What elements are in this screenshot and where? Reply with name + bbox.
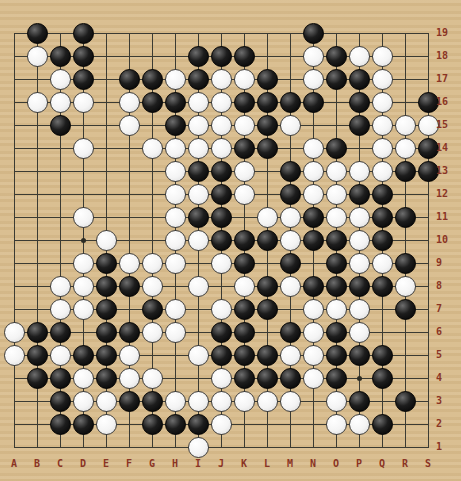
white-stone-E3[interactable]: [96, 391, 117, 412]
black-stone-K4[interactable]: [234, 368, 255, 389]
black-stone-E9[interactable]: [96, 253, 117, 274]
black-stone-K5[interactable]: [234, 345, 255, 366]
white-stone-M15[interactable]: [280, 115, 301, 136]
intersection-R18[interactable]: [394, 45, 417, 68]
black-stone-I11[interactable]: [188, 207, 209, 228]
intersection-A9[interactable]: [3, 252, 26, 275]
intersection-M15[interactable]: [279, 114, 302, 137]
intersection-Q5[interactable]: [371, 344, 394, 367]
black-stone-Q12[interactable]: [372, 184, 393, 205]
intersection-K19[interactable]: [233, 22, 256, 45]
black-stone-Q5[interactable]: [372, 345, 393, 366]
intersection-I16[interactable]: [187, 91, 210, 114]
intersection-K8[interactable]: [233, 275, 256, 298]
intersection-K17[interactable]: [233, 68, 256, 91]
intersection-J19[interactable]: [210, 22, 233, 45]
intersection-J7[interactable]: [210, 298, 233, 321]
intersection-Q17[interactable]: [371, 68, 394, 91]
intersection-A5[interactable]: [3, 344, 26, 367]
intersection-R10[interactable]: [394, 229, 417, 252]
intersection-L13[interactable]: [256, 160, 279, 183]
intersection-C13[interactable]: [49, 160, 72, 183]
white-stone-P9[interactable]: [349, 253, 370, 274]
intersection-E5[interactable]: [95, 344, 118, 367]
intersection-A16[interactable]: [3, 91, 26, 114]
white-stone-Q18[interactable]: [372, 46, 393, 67]
intersection-N8[interactable]: [302, 275, 325, 298]
white-stone-K15[interactable]: [234, 115, 255, 136]
black-stone-O9[interactable]: [326, 253, 347, 274]
intersection-F3[interactable]: [118, 390, 141, 413]
white-stone-Q15[interactable]: [372, 115, 393, 136]
intersection-F14[interactable]: [118, 137, 141, 160]
black-stone-J6[interactable]: [211, 322, 232, 343]
intersection-L4[interactable]: [256, 367, 279, 390]
white-stone-K12[interactable]: [234, 184, 255, 205]
intersection-R8[interactable]: [394, 275, 417, 298]
intersection-K4[interactable]: [233, 367, 256, 390]
black-stone-C15[interactable]: [50, 115, 71, 136]
white-stone-L11[interactable]: [257, 207, 278, 228]
intersection-J1[interactable]: [210, 436, 233, 459]
intersection-P12[interactable]: [348, 183, 371, 206]
black-stone-C4[interactable]: [50, 368, 71, 389]
intersection-E6[interactable]: [95, 321, 118, 344]
intersection-J6[interactable]: [210, 321, 233, 344]
intersection-D12[interactable]: [72, 183, 95, 206]
intersection-H19[interactable]: [164, 22, 187, 45]
white-stone-O13[interactable]: [326, 161, 347, 182]
intersection-C9[interactable]: [49, 252, 72, 275]
black-stone-B6[interactable]: [27, 322, 48, 343]
intersection-I2[interactable]: [187, 413, 210, 436]
black-stone-G3[interactable]: [142, 391, 163, 412]
intersection-M16[interactable]: [279, 91, 302, 114]
white-stone-N7[interactable]: [303, 299, 324, 320]
intersection-E3[interactable]: [95, 390, 118, 413]
intersection-F6[interactable]: [118, 321, 141, 344]
black-stone-P17[interactable]: [349, 69, 370, 90]
intersection-O15[interactable]: [325, 114, 348, 137]
intersection-C18[interactable]: [49, 45, 72, 68]
white-stone-F16[interactable]: [119, 92, 140, 113]
intersection-H16[interactable]: [164, 91, 187, 114]
intersection-E14[interactable]: [95, 137, 118, 160]
intersection-B6[interactable]: [26, 321, 49, 344]
white-stone-O11[interactable]: [326, 207, 347, 228]
white-stone-P11[interactable]: [349, 207, 370, 228]
white-stone-H13[interactable]: [165, 161, 186, 182]
black-stone-K9[interactable]: [234, 253, 255, 274]
intersection-C14[interactable]: [49, 137, 72, 160]
intersection-B19[interactable]: [26, 22, 49, 45]
intersection-Q4[interactable]: [371, 367, 394, 390]
intersection-N9[interactable]: [302, 252, 325, 275]
white-stone-G14[interactable]: [142, 138, 163, 159]
stones-layer[interactable]: [3, 22, 440, 459]
intersection-G12[interactable]: [141, 183, 164, 206]
intersection-H10[interactable]: [164, 229, 187, 252]
intersection-P6[interactable]: [348, 321, 371, 344]
intersection-G18[interactable]: [141, 45, 164, 68]
intersection-J16[interactable]: [210, 91, 233, 114]
intersection-M14[interactable]: [279, 137, 302, 160]
intersection-Q9[interactable]: [371, 252, 394, 275]
intersection-Q14[interactable]: [371, 137, 394, 160]
intersection-O12[interactable]: [325, 183, 348, 206]
black-stone-F8[interactable]: [119, 276, 140, 297]
intersection-O3[interactable]: [325, 390, 348, 413]
intersection-D18[interactable]: [72, 45, 95, 68]
white-stone-J17[interactable]: [211, 69, 232, 90]
intersection-L1[interactable]: [256, 436, 279, 459]
black-stone-P3[interactable]: [349, 391, 370, 412]
white-stone-J4[interactable]: [211, 368, 232, 389]
black-stone-Q2[interactable]: [372, 414, 393, 435]
intersection-O19[interactable]: [325, 22, 348, 45]
intersection-I8[interactable]: [187, 275, 210, 298]
black-stone-O14[interactable]: [326, 138, 347, 159]
intersection-A17[interactable]: [3, 68, 26, 91]
intersection-Q11[interactable]: [371, 206, 394, 229]
intersection-O17[interactable]: [325, 68, 348, 91]
intersection-J8[interactable]: [210, 275, 233, 298]
intersection-C7[interactable]: [49, 298, 72, 321]
intersection-A10[interactable]: [3, 229, 26, 252]
black-stone-E6[interactable]: [96, 322, 117, 343]
black-stone-O18[interactable]: [326, 46, 347, 67]
black-stone-L8[interactable]: [257, 276, 278, 297]
black-stone-D2[interactable]: [73, 414, 94, 435]
black-stone-B4[interactable]: [27, 368, 48, 389]
intersection-M4[interactable]: [279, 367, 302, 390]
intersection-K16[interactable]: [233, 91, 256, 114]
black-stone-C18[interactable]: [50, 46, 71, 67]
intersection-L15[interactable]: [256, 114, 279, 137]
intersection-F12[interactable]: [118, 183, 141, 206]
intersection-D13[interactable]: [72, 160, 95, 183]
intersection-Q1[interactable]: [371, 436, 394, 459]
white-stone-C8[interactable]: [50, 276, 71, 297]
white-stone-A6[interactable]: [4, 322, 25, 343]
intersection-M8[interactable]: [279, 275, 302, 298]
white-stone-M10[interactable]: [280, 230, 301, 251]
intersection-B4[interactable]: [26, 367, 49, 390]
black-stone-L7[interactable]: [257, 299, 278, 320]
intersection-G19[interactable]: [141, 22, 164, 45]
white-stone-H6[interactable]: [165, 322, 186, 343]
black-stone-O17[interactable]: [326, 69, 347, 90]
intersection-E17[interactable]: [95, 68, 118, 91]
intersection-O18[interactable]: [325, 45, 348, 68]
intersection-Q2[interactable]: [371, 413, 394, 436]
intersection-H7[interactable]: [164, 298, 187, 321]
intersection-O6[interactable]: [325, 321, 348, 344]
white-stone-R14[interactable]: [395, 138, 416, 159]
white-stone-I16[interactable]: [188, 92, 209, 113]
intersection-B9[interactable]: [26, 252, 49, 275]
intersection-K1[interactable]: [233, 436, 256, 459]
white-stone-G9[interactable]: [142, 253, 163, 274]
black-stone-J13[interactable]: [211, 161, 232, 182]
intersection-L18[interactable]: [256, 45, 279, 68]
intersection-H1[interactable]: [164, 436, 187, 459]
black-stone-I2[interactable]: [188, 414, 209, 435]
intersection-R9[interactable]: [394, 252, 417, 275]
intersection-A7[interactable]: [3, 298, 26, 321]
intersection-G8[interactable]: [141, 275, 164, 298]
intersection-G11[interactable]: [141, 206, 164, 229]
intersection-E7[interactable]: [95, 298, 118, 321]
white-stone-G6[interactable]: [142, 322, 163, 343]
intersection-A14[interactable]: [3, 137, 26, 160]
intersection-I14[interactable]: [187, 137, 210, 160]
intersection-J11[interactable]: [210, 206, 233, 229]
black-stone-M13[interactable]: [280, 161, 301, 182]
intersection-G6[interactable]: [141, 321, 164, 344]
intersection-L7[interactable]: [256, 298, 279, 321]
white-stone-H12[interactable]: [165, 184, 186, 205]
intersection-Q19[interactable]: [371, 22, 394, 45]
white-stone-N6[interactable]: [303, 322, 324, 343]
intersection-P16[interactable]: [348, 91, 371, 114]
intersection-I15[interactable]: [187, 114, 210, 137]
black-stone-N8[interactable]: [303, 276, 324, 297]
white-stone-I10[interactable]: [188, 230, 209, 251]
black-stone-G7[interactable]: [142, 299, 163, 320]
intersection-N10[interactable]: [302, 229, 325, 252]
intersection-N12[interactable]: [302, 183, 325, 206]
intersection-D11[interactable]: [72, 206, 95, 229]
intersection-L6[interactable]: [256, 321, 279, 344]
white-stone-Q9[interactable]: [372, 253, 393, 274]
black-stone-R3[interactable]: [395, 391, 416, 412]
intersection-K3[interactable]: [233, 390, 256, 413]
intersection-G16[interactable]: [141, 91, 164, 114]
black-stone-L16[interactable]: [257, 92, 278, 113]
intersection-O1[interactable]: [325, 436, 348, 459]
white-stone-H9[interactable]: [165, 253, 186, 274]
black-stone-O4[interactable]: [326, 368, 347, 389]
white-stone-P6[interactable]: [349, 322, 370, 343]
black-stone-H2[interactable]: [165, 414, 186, 435]
black-stone-G17[interactable]: [142, 69, 163, 90]
white-stone-J3[interactable]: [211, 391, 232, 412]
intersection-N16[interactable]: [302, 91, 325, 114]
intersection-Q8[interactable]: [371, 275, 394, 298]
intersection-N6[interactable]: [302, 321, 325, 344]
black-stone-L14[interactable]: [257, 138, 278, 159]
intersection-F16[interactable]: [118, 91, 141, 114]
black-stone-F6[interactable]: [119, 322, 140, 343]
white-stone-I15[interactable]: [188, 115, 209, 136]
black-stone-N11[interactable]: [303, 207, 324, 228]
intersection-R3[interactable]: [394, 390, 417, 413]
intersection-A6[interactable]: [3, 321, 26, 344]
white-stone-O3[interactable]: [326, 391, 347, 412]
intersection-A13[interactable]: [3, 160, 26, 183]
white-stone-B16[interactable]: [27, 92, 48, 113]
intersection-E1[interactable]: [95, 436, 118, 459]
intersection-G3[interactable]: [141, 390, 164, 413]
white-stone-C17[interactable]: [50, 69, 71, 90]
black-stone-R11[interactable]: [395, 207, 416, 228]
intersection-B18[interactable]: [26, 45, 49, 68]
white-stone-F5[interactable]: [119, 345, 140, 366]
black-stone-P8[interactable]: [349, 276, 370, 297]
intersection-G5[interactable]: [141, 344, 164, 367]
intersection-C8[interactable]: [49, 275, 72, 298]
intersection-Q16[interactable]: [371, 91, 394, 114]
intersection-K2[interactable]: [233, 413, 256, 436]
intersection-F4[interactable]: [118, 367, 141, 390]
white-stone-L3[interactable]: [257, 391, 278, 412]
white-stone-J2[interactable]: [211, 414, 232, 435]
intersection-I3[interactable]: [187, 390, 210, 413]
intersection-J4[interactable]: [210, 367, 233, 390]
black-stone-L4[interactable]: [257, 368, 278, 389]
intersection-N19[interactable]: [302, 22, 325, 45]
intersection-L12[interactable]: [256, 183, 279, 206]
white-stone-H17[interactable]: [165, 69, 186, 90]
intersection-I17[interactable]: [187, 68, 210, 91]
intersection-Q12[interactable]: [371, 183, 394, 206]
intersection-K14[interactable]: [233, 137, 256, 160]
black-stone-O10[interactable]: [326, 230, 347, 251]
white-stone-Q16[interactable]: [372, 92, 393, 113]
intersection-J18[interactable]: [210, 45, 233, 68]
intersection-D5[interactable]: [72, 344, 95, 367]
white-stone-J14[interactable]: [211, 138, 232, 159]
intersection-J17[interactable]: [210, 68, 233, 91]
intersection-C19[interactable]: [49, 22, 72, 45]
white-stone-D8[interactable]: [73, 276, 94, 297]
intersection-P4[interactable]: [348, 367, 371, 390]
white-stone-H14[interactable]: [165, 138, 186, 159]
intersection-C4[interactable]: [49, 367, 72, 390]
white-stone-I12[interactable]: [188, 184, 209, 205]
intersection-I10[interactable]: [187, 229, 210, 252]
intersection-D16[interactable]: [72, 91, 95, 114]
intersection-M11[interactable]: [279, 206, 302, 229]
intersection-B11[interactable]: [26, 206, 49, 229]
white-stone-H11[interactable]: [165, 207, 186, 228]
intersection-B10[interactable]: [26, 229, 49, 252]
intersection-I18[interactable]: [187, 45, 210, 68]
intersection-R5[interactable]: [394, 344, 417, 367]
black-stone-R9[interactable]: [395, 253, 416, 274]
black-stone-C3[interactable]: [50, 391, 71, 412]
intersection-H14[interactable]: [164, 137, 187, 160]
intersection-G14[interactable]: [141, 137, 164, 160]
intersection-I4[interactable]: [187, 367, 210, 390]
intersection-H11[interactable]: [164, 206, 187, 229]
intersection-N3[interactable]: [302, 390, 325, 413]
intersection-E15[interactable]: [95, 114, 118, 137]
white-stone-H3[interactable]: [165, 391, 186, 412]
intersection-C11[interactable]: [49, 206, 72, 229]
intersection-A12[interactable]: [3, 183, 26, 206]
intersection-L10[interactable]: [256, 229, 279, 252]
white-stone-O2[interactable]: [326, 414, 347, 435]
white-stone-G8[interactable]: [142, 276, 163, 297]
black-stone-K18[interactable]: [234, 46, 255, 67]
white-stone-R8[interactable]: [395, 276, 416, 297]
intersection-I1[interactable]: [187, 436, 210, 459]
intersection-K13[interactable]: [233, 160, 256, 183]
intersection-M5[interactable]: [279, 344, 302, 367]
intersection-K15[interactable]: [233, 114, 256, 137]
intersection-C12[interactable]: [49, 183, 72, 206]
white-stone-F15[interactable]: [119, 115, 140, 136]
intersection-M17[interactable]: [279, 68, 302, 91]
intersection-A2[interactable]: [3, 413, 26, 436]
white-stone-N18[interactable]: [303, 46, 324, 67]
intersection-P11[interactable]: [348, 206, 371, 229]
black-stone-K6[interactable]: [234, 322, 255, 343]
black-stone-M6[interactable]: [280, 322, 301, 343]
white-stone-Q13[interactable]: [372, 161, 393, 182]
white-stone-J9[interactable]: [211, 253, 232, 274]
intersection-L5[interactable]: [256, 344, 279, 367]
intersection-N7[interactable]: [302, 298, 325, 321]
white-stone-C7[interactable]: [50, 299, 71, 320]
black-stone-D19[interactable]: [73, 23, 94, 44]
white-stone-I14[interactable]: [188, 138, 209, 159]
black-stone-N16[interactable]: [303, 92, 324, 113]
intersection-B7[interactable]: [26, 298, 49, 321]
intersection-D8[interactable]: [72, 275, 95, 298]
intersection-N4[interactable]: [302, 367, 325, 390]
intersection-N17[interactable]: [302, 68, 325, 91]
intersection-C1[interactable]: [49, 436, 72, 459]
intersection-N2[interactable]: [302, 413, 325, 436]
intersection-P19[interactable]: [348, 22, 371, 45]
intersection-B15[interactable]: [26, 114, 49, 137]
intersection-R1[interactable]: [394, 436, 417, 459]
intersection-L11[interactable]: [256, 206, 279, 229]
white-stone-D4[interactable]: [73, 368, 94, 389]
intersection-F17[interactable]: [118, 68, 141, 91]
intersection-R12[interactable]: [394, 183, 417, 206]
black-stone-G16[interactable]: [142, 92, 163, 113]
intersection-B1[interactable]: [26, 436, 49, 459]
intersection-O14[interactable]: [325, 137, 348, 160]
intersection-L8[interactable]: [256, 275, 279, 298]
intersection-I13[interactable]: [187, 160, 210, 183]
white-stone-N5[interactable]: [303, 345, 324, 366]
white-stone-M3[interactable]: [280, 391, 301, 412]
white-stone-F9[interactable]: [119, 253, 140, 274]
intersection-C17[interactable]: [49, 68, 72, 91]
intersection-P3[interactable]: [348, 390, 371, 413]
black-stone-Q11[interactable]: [372, 207, 393, 228]
white-stone-I5[interactable]: [188, 345, 209, 366]
intersection-N13[interactable]: [302, 160, 325, 183]
intersection-G2[interactable]: [141, 413, 164, 436]
intersection-E9[interactable]: [95, 252, 118, 275]
intersection-D2[interactable]: [72, 413, 95, 436]
intersection-F5[interactable]: [118, 344, 141, 367]
white-stone-F4[interactable]: [119, 368, 140, 389]
black-stone-O5[interactable]: [326, 345, 347, 366]
intersection-E18[interactable]: [95, 45, 118, 68]
white-stone-C5[interactable]: [50, 345, 71, 366]
intersection-Q18[interactable]: [371, 45, 394, 68]
intersection-D10[interactable]: [72, 229, 95, 252]
intersection-Q15[interactable]: [371, 114, 394, 137]
intersection-Q13[interactable]: [371, 160, 394, 183]
